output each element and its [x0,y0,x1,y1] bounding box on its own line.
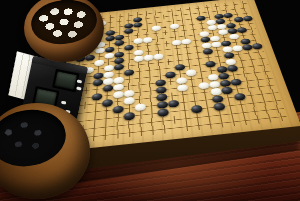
board-cell[interactable] [147,126,159,136]
clock-button[interactable] [76,86,82,90]
board-cell[interactable] [274,112,288,122]
hoshi-point [164,26,167,27]
board-cell[interactable] [100,130,112,140]
board-cell[interactable] [135,127,147,137]
hoshi-point [105,110,108,112]
board-cell[interactable] [123,128,135,138]
board-cell[interactable] [158,124,170,134]
hoshi-point [167,61,170,63]
white-bowl-opening [29,0,99,47]
board-cell[interactable] [112,129,124,139]
black-bowl-opening [0,104,71,172]
board-cell[interactable] [88,132,100,142]
board-cell[interactable] [170,123,183,133]
scene [0,0,300,201]
clock-button[interactable] [61,101,67,105]
